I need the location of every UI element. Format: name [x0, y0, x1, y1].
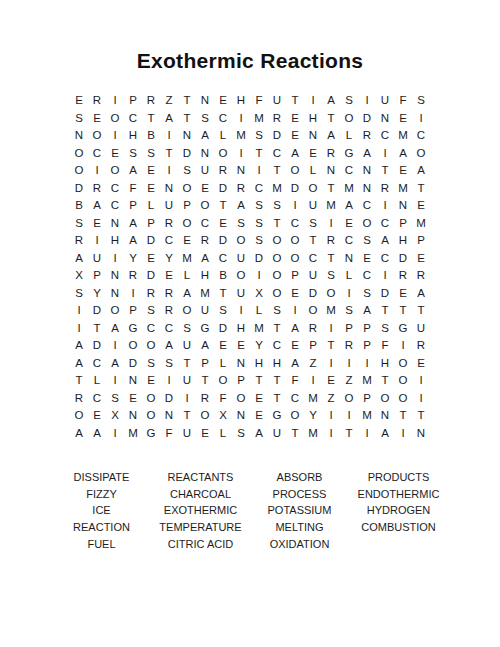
grid-cell-r5c6[interactable]: I: [160, 162, 178, 180]
grid-cell-r9c9[interactable]: D: [214, 232, 232, 250]
grid-cell-r13c14[interactable]: O: [304, 302, 322, 320]
grid-cell-r20c11[interactable]: A: [250, 425, 268, 443]
grid-cell-r2c17[interactable]: D: [358, 110, 376, 128]
grid-cell-r6c10[interactable]: R: [232, 180, 250, 198]
grid-cell-r18c9[interactable]: F: [214, 390, 232, 408]
grid-cell-r12c10[interactable]: U: [232, 285, 250, 303]
grid-cell-r1c13[interactable]: T: [286, 92, 304, 110]
grid-cell-r16c16[interactable]: I: [340, 355, 358, 373]
grid-cell-r5c10[interactable]: N: [232, 162, 250, 180]
grid-cell-r14c2[interactable]: T: [88, 320, 106, 338]
grid-cell-r14c6[interactable]: C: [160, 320, 178, 338]
grid-cell-r17c5[interactable]: E: [142, 372, 160, 390]
grid-cell-r16c5[interactable]: S: [142, 355, 160, 373]
grid-cell-r7c3[interactable]: C: [106, 197, 124, 215]
grid-cell-r12c5[interactable]: R: [142, 285, 160, 303]
grid-cell-r17c16[interactable]: Z: [340, 372, 358, 390]
grid-cell-r12c7[interactable]: A: [178, 285, 196, 303]
grid-cell-r9c4[interactable]: A: [124, 232, 142, 250]
grid-cell-r20c4[interactable]: M: [124, 425, 142, 443]
grid-cell-r13c3[interactable]: O: [106, 302, 124, 320]
grid-cell-r9c6[interactable]: C: [160, 232, 178, 250]
grid-cell-r9c17[interactable]: S: [358, 232, 376, 250]
grid-cell-r4c13[interactable]: A: [286, 145, 304, 163]
grid-cell-r7c18[interactable]: I: [376, 197, 394, 215]
grid-cell-r7c14[interactable]: U: [304, 197, 322, 215]
grid-cell-r4c6[interactable]: T: [160, 145, 178, 163]
grid-cell-r8c2[interactable]: E: [88, 215, 106, 233]
grid-cell-r8c4[interactable]: A: [124, 215, 142, 233]
grid-cell-r8c7[interactable]: O: [178, 215, 196, 233]
grid-cell-r15c20[interactable]: R: [412, 337, 430, 355]
grid-cell-r1c14[interactable]: I: [304, 92, 322, 110]
grid-cell-r20c2[interactable]: A: [88, 425, 106, 443]
grid-cell-r15c14[interactable]: P: [304, 337, 322, 355]
grid-cell-r18c14[interactable]: M: [304, 390, 322, 408]
grid-cell-r8c15[interactable]: I: [322, 215, 340, 233]
grid-cell-r1c11[interactable]: F: [250, 92, 268, 110]
grid-cell-r4c18[interactable]: I: [376, 145, 394, 163]
grid-cell-r12c9[interactable]: T: [214, 285, 232, 303]
grid-cell-r15c1[interactable]: A: [70, 337, 88, 355]
grid-cell-r2c15[interactable]: T: [322, 110, 340, 128]
grid-cell-r20c17[interactable]: I: [358, 425, 376, 443]
grid-cell-r4c9[interactable]: O: [214, 145, 232, 163]
grid-cell-r2c13[interactable]: E: [286, 110, 304, 128]
grid-cell-r12c15[interactable]: O: [322, 285, 340, 303]
grid-cell-r19c19[interactable]: T: [394, 407, 412, 425]
grid-cell-r16c18[interactable]: H: [376, 355, 394, 373]
grid-cell-r4c7[interactable]: D: [178, 145, 196, 163]
grid-cell-r13c4[interactable]: P: [124, 302, 142, 320]
grid-cell-r3c12[interactable]: D: [268, 127, 286, 145]
grid-cell-r6c9[interactable]: D: [214, 180, 232, 198]
grid-cell-r16c17[interactable]: I: [358, 355, 376, 373]
grid-cell-r16c4[interactable]: D: [124, 355, 142, 373]
grid-cell-r15c15[interactable]: T: [322, 337, 340, 355]
grid-cell-r3c5[interactable]: B: [142, 127, 160, 145]
grid-cell-r14c10[interactable]: H: [232, 320, 250, 338]
grid-cell-r19c10[interactable]: N: [232, 407, 250, 425]
grid-cell-r2c4[interactable]: C: [124, 110, 142, 128]
grid-cell-r6c17[interactable]: N: [358, 180, 376, 198]
grid-cell-r20c5[interactable]: G: [142, 425, 160, 443]
grid-cell-r14c11[interactable]: M: [250, 320, 268, 338]
grid-cell-r1c1[interactable]: E: [70, 92, 88, 110]
grid-cell-r13c7[interactable]: O: [178, 302, 196, 320]
grid-cell-r10c2[interactable]: U: [88, 250, 106, 268]
grid-cell-r2c8[interactable]: S: [196, 110, 214, 128]
grid-cell-r16c10[interactable]: N: [232, 355, 250, 373]
grid-cell-r4c1[interactable]: O: [70, 145, 88, 163]
grid-cell-r14c19[interactable]: G: [394, 320, 412, 338]
grid-cell-r14c7[interactable]: S: [178, 320, 196, 338]
grid-cell-r17c18[interactable]: T: [376, 372, 394, 390]
grid-cell-r17c19[interactable]: O: [394, 372, 412, 390]
grid-cell-r7c4[interactable]: P: [124, 197, 142, 215]
grid-cell-r5c18[interactable]: T: [376, 162, 394, 180]
grid-cell-r10c17[interactable]: E: [358, 250, 376, 268]
grid-cell-r17c8[interactable]: T: [196, 372, 214, 390]
grid-cell-r20c15[interactable]: I: [322, 425, 340, 443]
grid-cell-r14c18[interactable]: S: [376, 320, 394, 338]
grid-cell-r17c10[interactable]: P: [232, 372, 250, 390]
grid-cell-r18c18[interactable]: O: [376, 390, 394, 408]
grid-cell-r7c17[interactable]: C: [358, 197, 376, 215]
grid-cell-r1c17[interactable]: I: [358, 92, 376, 110]
grid-cell-r16c14[interactable]: Z: [304, 355, 322, 373]
grid-cell-r10c4[interactable]: Y: [124, 250, 142, 268]
grid-cell-r7c10[interactable]: A: [232, 197, 250, 215]
grid-cell-r20c12[interactable]: U: [268, 425, 286, 443]
grid-cell-r20c1[interactable]: A: [70, 425, 88, 443]
grid-cell-r14c5[interactable]: C: [142, 320, 160, 338]
grid-cell-r14c8[interactable]: G: [196, 320, 214, 338]
grid-cell-r18c20[interactable]: I: [412, 390, 430, 408]
grid-cell-r11c14[interactable]: U: [304, 267, 322, 285]
grid-cell-r19c18[interactable]: N: [376, 407, 394, 425]
grid-cell-r10c18[interactable]: C: [376, 250, 394, 268]
grid-cell-r2c20[interactable]: I: [412, 110, 430, 128]
grid-cell-r16c2[interactable]: C: [88, 355, 106, 373]
grid-cell-r19c6[interactable]: N: [160, 407, 178, 425]
grid-cell-r10c3[interactable]: I: [106, 250, 124, 268]
grid-cell-r3c9[interactable]: L: [214, 127, 232, 145]
grid-cell-r8c1[interactable]: S: [70, 215, 88, 233]
grid-cell-r11c7[interactable]: L: [178, 267, 196, 285]
grid-cell-r2c2[interactable]: E: [88, 110, 106, 128]
grid-cell-r19c12[interactable]: G: [268, 407, 286, 425]
grid-cell-r9c2[interactable]: I: [88, 232, 106, 250]
grid-cell-r2c16[interactable]: O: [340, 110, 358, 128]
grid-cell-r18c19[interactable]: O: [394, 390, 412, 408]
grid-cell-r1c19[interactable]: F: [394, 92, 412, 110]
grid-cell-r20c7[interactable]: U: [178, 425, 196, 443]
grid-cell-r2c18[interactable]: N: [376, 110, 394, 128]
grid-cell-r4c20[interactable]: O: [412, 145, 430, 163]
grid-cell-r6c4[interactable]: F: [124, 180, 142, 198]
grid-cell-r2c7[interactable]: T: [178, 110, 196, 128]
grid-cell-r6c2[interactable]: R: [88, 180, 106, 198]
grid-cell-r14c15[interactable]: I: [322, 320, 340, 338]
grid-cell-r20c13[interactable]: T: [286, 425, 304, 443]
grid-cell-r1c18[interactable]: U: [376, 92, 394, 110]
grid-cell-r16c20[interactable]: E: [412, 355, 430, 373]
grid-cell-r15c16[interactable]: R: [340, 337, 358, 355]
grid-cell-r16c8[interactable]: P: [196, 355, 214, 373]
grid-cell-r1c4[interactable]: P: [124, 92, 142, 110]
grid-cell-r15c18[interactable]: F: [376, 337, 394, 355]
grid-cell-r7c13[interactable]: I: [286, 197, 304, 215]
grid-cell-r13c17[interactable]: A: [358, 302, 376, 320]
grid-cell-r19c20[interactable]: T: [412, 407, 430, 425]
grid-cell-r13c20[interactable]: T: [412, 302, 430, 320]
grid-cell-r17c7[interactable]: U: [178, 372, 196, 390]
grid-cell-r13c12[interactable]: S: [268, 302, 286, 320]
grid-cell-r3c1[interactable]: N: [70, 127, 88, 145]
grid-cell-r9c10[interactable]: O: [232, 232, 250, 250]
grid-cell-r20c9[interactable]: L: [214, 425, 232, 443]
grid-cell-r17c12[interactable]: T: [268, 372, 286, 390]
grid-cell-r11c11[interactable]: I: [250, 267, 268, 285]
grid-cell-r11c20[interactable]: R: [412, 267, 430, 285]
grid-cell-r12c20[interactable]: A: [412, 285, 430, 303]
grid-cell-r18c5[interactable]: O: [142, 390, 160, 408]
grid-cell-r14c3[interactable]: A: [106, 320, 124, 338]
grid-cell-r2c12[interactable]: R: [268, 110, 286, 128]
grid-cell-r20c18[interactable]: A: [376, 425, 394, 443]
grid-cell-r17c17[interactable]: M: [358, 372, 376, 390]
grid-cell-r1c16[interactable]: S: [340, 92, 358, 110]
grid-cell-r17c6[interactable]: I: [160, 372, 178, 390]
grid-cell-r6c20[interactable]: T: [412, 180, 430, 198]
grid-cell-r5c4[interactable]: A: [124, 162, 142, 180]
grid-cell-r19c13[interactable]: O: [286, 407, 304, 425]
grid-cell-r5c2[interactable]: I: [88, 162, 106, 180]
grid-cell-r2c14[interactable]: H: [304, 110, 322, 128]
grid-cell-r10c10[interactable]: U: [232, 250, 250, 268]
grid-cell-r5c7[interactable]: S: [178, 162, 196, 180]
grid-cell-r5c3[interactable]: O: [106, 162, 124, 180]
grid-cell-r13c8[interactable]: U: [196, 302, 214, 320]
grid-cell-r10c19[interactable]: D: [394, 250, 412, 268]
grid-cell-r2c10[interactable]: I: [232, 110, 250, 128]
grid-cell-r6c1[interactable]: D: [70, 180, 88, 198]
grid-cell-r8c17[interactable]: O: [358, 215, 376, 233]
grid-cell-r6c15[interactable]: T: [322, 180, 340, 198]
grid-cell-r19c2[interactable]: E: [88, 407, 106, 425]
grid-cell-r6c7[interactable]: O: [178, 180, 196, 198]
grid-cell-r5c5[interactable]: E: [142, 162, 160, 180]
grid-cell-r8c13[interactable]: C: [286, 215, 304, 233]
grid-cell-r1c9[interactable]: E: [214, 92, 232, 110]
grid-cell-r8c14[interactable]: S: [304, 215, 322, 233]
grid-cell-r18c13[interactable]: C: [286, 390, 304, 408]
grid-cell-r10c6[interactable]: Y: [160, 250, 178, 268]
grid-cell-r15c19[interactable]: I: [394, 337, 412, 355]
grid-cell-r10c20[interactable]: E: [412, 250, 430, 268]
grid-cell-r19c3[interactable]: X: [106, 407, 124, 425]
grid-cell-r18c8[interactable]: R: [196, 390, 214, 408]
grid-cell-r9c13[interactable]: O: [286, 232, 304, 250]
grid-cell-r7c2[interactable]: A: [88, 197, 106, 215]
grid-cell-r3c18[interactable]: C: [376, 127, 394, 145]
grid-cell-r17c11[interactable]: T: [250, 372, 268, 390]
grid-cell-r7c15[interactable]: M: [322, 197, 340, 215]
grid-cell-r3c11[interactable]: S: [250, 127, 268, 145]
grid-cell-r19c1[interactable]: O: [70, 407, 88, 425]
grid-cell-r6c11[interactable]: C: [250, 180, 268, 198]
grid-cell-r2c9[interactable]: C: [214, 110, 232, 128]
grid-cell-r3c7[interactable]: N: [178, 127, 196, 145]
grid-cell-r9c18[interactable]: A: [376, 232, 394, 250]
grid-cell-r13c19[interactable]: T: [394, 302, 412, 320]
grid-cell-r4c15[interactable]: R: [322, 145, 340, 163]
grid-cell-r4c4[interactable]: S: [124, 145, 142, 163]
grid-cell-r4c19[interactable]: A: [394, 145, 412, 163]
grid-cell-r13c11[interactable]: L: [250, 302, 268, 320]
grid-cell-r8c11[interactable]: S: [250, 215, 268, 233]
grid-cell-r7c6[interactable]: U: [160, 197, 178, 215]
grid-cell-r6c19[interactable]: M: [394, 180, 412, 198]
grid-cell-r10c13[interactable]: O: [286, 250, 304, 268]
grid-cell-r2c1[interactable]: S: [70, 110, 88, 128]
grid-cell-r2c3[interactable]: O: [106, 110, 124, 128]
grid-cell-r7c1[interactable]: B: [70, 197, 88, 215]
grid-cell-r17c4[interactable]: N: [124, 372, 142, 390]
grid-cell-r13c2[interactable]: D: [88, 302, 106, 320]
grid-cell-r12c2[interactable]: Y: [88, 285, 106, 303]
grid-cell-r16c9[interactable]: L: [214, 355, 232, 373]
grid-cell-r2c11[interactable]: M: [250, 110, 268, 128]
grid-cell-r18c15[interactable]: Z: [322, 390, 340, 408]
grid-cell-r9c1[interactable]: R: [70, 232, 88, 250]
grid-cell-r15c10[interactable]: E: [232, 337, 250, 355]
grid-cell-r3c6[interactable]: I: [160, 127, 178, 145]
grid-cell-r5c12[interactable]: T: [268, 162, 286, 180]
grid-cell-r11c1[interactable]: X: [70, 267, 88, 285]
grid-cell-r12c6[interactable]: R: [160, 285, 178, 303]
grid-cell-r16c13[interactable]: A: [286, 355, 304, 373]
grid-cell-r4c17[interactable]: A: [358, 145, 376, 163]
grid-cell-r16c3[interactable]: A: [106, 355, 124, 373]
grid-cell-r5c16[interactable]: C: [340, 162, 358, 180]
grid-cell-r19c7[interactable]: T: [178, 407, 196, 425]
grid-cell-r12c19[interactable]: E: [394, 285, 412, 303]
grid-cell-r12c14[interactable]: D: [304, 285, 322, 303]
grid-cell-r4c12[interactable]: C: [268, 145, 286, 163]
grid-cell-r18c10[interactable]: O: [232, 390, 250, 408]
grid-cell-r9c19[interactable]: H: [394, 232, 412, 250]
grid-cell-r5c17[interactable]: N: [358, 162, 376, 180]
grid-cell-r12c11[interactable]: X: [250, 285, 268, 303]
grid-cell-r12c17[interactable]: S: [358, 285, 376, 303]
grid-cell-r2c6[interactable]: A: [160, 110, 178, 128]
grid-cell-r15c11[interactable]: Y: [250, 337, 268, 355]
grid-cell-r14c16[interactable]: P: [340, 320, 358, 338]
grid-cell-r11c4[interactable]: R: [124, 267, 142, 285]
grid-cell-r3c4[interactable]: H: [124, 127, 142, 145]
grid-cell-r15c4[interactable]: O: [124, 337, 142, 355]
grid-cell-r10c16[interactable]: N: [340, 250, 358, 268]
grid-cell-r5c14[interactable]: L: [304, 162, 322, 180]
grid-cell-r13c1[interactable]: I: [70, 302, 88, 320]
grid-cell-r12c3[interactable]: N: [106, 285, 124, 303]
grid-cell-r8c16[interactable]: E: [340, 215, 358, 233]
grid-cell-r8c20[interactable]: M: [412, 215, 430, 233]
grid-cell-r8c6[interactable]: R: [160, 215, 178, 233]
grid-cell-r16c7[interactable]: T: [178, 355, 196, 373]
grid-cell-r5c1[interactable]: O: [70, 162, 88, 180]
grid-cell-r5c19[interactable]: E: [394, 162, 412, 180]
grid-cell-r11c3[interactable]: N: [106, 267, 124, 285]
grid-cell-r2c5[interactable]: T: [142, 110, 160, 128]
grid-cell-r17c13[interactable]: F: [286, 372, 304, 390]
grid-cell-r1c5[interactable]: R: [142, 92, 160, 110]
grid-cell-r8c9[interactable]: E: [214, 215, 232, 233]
grid-cell-r5c8[interactable]: U: [196, 162, 214, 180]
grid-cell-r18c16[interactable]: O: [340, 390, 358, 408]
grid-cell-r16c15[interactable]: I: [322, 355, 340, 373]
grid-cell-r10c12[interactable]: O: [268, 250, 286, 268]
grid-cell-r1c6[interactable]: Z: [160, 92, 178, 110]
grid-cell-r6c5[interactable]: E: [142, 180, 160, 198]
grid-cell-r11c8[interactable]: H: [196, 267, 214, 285]
grid-cell-r14c12[interactable]: T: [268, 320, 286, 338]
grid-cell-r3c13[interactable]: E: [286, 127, 304, 145]
grid-cell-r1c15[interactable]: A: [322, 92, 340, 110]
grid-cell-r4c8[interactable]: N: [196, 145, 214, 163]
grid-cell-r19c4[interactable]: N: [124, 407, 142, 425]
grid-cell-r3c20[interactable]: C: [412, 127, 430, 145]
grid-cell-r15c2[interactable]: D: [88, 337, 106, 355]
grid-cell-r8c3[interactable]: N: [106, 215, 124, 233]
grid-cell-r6c14[interactable]: O: [304, 180, 322, 198]
grid-cell-r6c18[interactable]: R: [376, 180, 394, 198]
grid-cell-r4c14[interactable]: E: [304, 145, 322, 163]
grid-cell-r12c8[interactable]: M: [196, 285, 214, 303]
grid-cell-r15c8[interactable]: A: [196, 337, 214, 355]
grid-cell-r8c18[interactable]: C: [376, 215, 394, 233]
grid-cell-r16c6[interactable]: S: [160, 355, 178, 373]
grid-cell-r9c11[interactable]: S: [250, 232, 268, 250]
grid-cell-r17c9[interactable]: O: [214, 372, 232, 390]
grid-cell-r13c10[interactable]: I: [232, 302, 250, 320]
grid-cell-r14c20[interactable]: U: [412, 320, 430, 338]
grid-cell-r11c17[interactable]: C: [358, 267, 376, 285]
grid-cell-r16c1[interactable]: A: [70, 355, 88, 373]
grid-cell-r13c6[interactable]: R: [160, 302, 178, 320]
grid-cell-r5c11[interactable]: I: [250, 162, 268, 180]
grid-cell-r1c10[interactable]: H: [232, 92, 250, 110]
grid-cell-r12c1[interactable]: S: [70, 285, 88, 303]
grid-cell-r7c5[interactable]: L: [142, 197, 160, 215]
grid-cell-r6c3[interactable]: C: [106, 180, 124, 198]
grid-cell-r12c12[interactable]: O: [268, 285, 286, 303]
grid-cell-r18c4[interactable]: E: [124, 390, 142, 408]
grid-cell-r12c16[interactable]: I: [340, 285, 358, 303]
grid-cell-r13c16[interactable]: S: [340, 302, 358, 320]
grid-cell-r4c11[interactable]: T: [250, 145, 268, 163]
grid-cell-r12c4[interactable]: I: [124, 285, 142, 303]
grid-cell-r9c14[interactable]: T: [304, 232, 322, 250]
grid-cell-r14c14[interactable]: R: [304, 320, 322, 338]
grid-cell-r13c9[interactable]: S: [214, 302, 232, 320]
grid-cell-r1c12[interactable]: U: [268, 92, 286, 110]
grid-cell-r10c7[interactable]: M: [178, 250, 196, 268]
grid-cell-r10c15[interactable]: T: [322, 250, 340, 268]
grid-cell-r10c11[interactable]: D: [250, 250, 268, 268]
grid-cell-r11c10[interactable]: O: [232, 267, 250, 285]
grid-cell-r12c13[interactable]: E: [286, 285, 304, 303]
grid-cell-r16c19[interactable]: O: [394, 355, 412, 373]
grid-cell-r10c14[interactable]: C: [304, 250, 322, 268]
grid-cell-r14c13[interactable]: A: [286, 320, 304, 338]
grid-cell-r19c14[interactable]: Y: [304, 407, 322, 425]
grid-cell-r1c20[interactable]: S: [412, 92, 430, 110]
grid-cell-r5c9[interactable]: R: [214, 162, 232, 180]
grid-cell-r17c15[interactable]: E: [322, 372, 340, 390]
grid-cell-r3c17[interactable]: R: [358, 127, 376, 145]
grid-cell-r4c16[interactable]: G: [340, 145, 358, 163]
grid-cell-r5c13[interactable]: O: [286, 162, 304, 180]
grid-cell-r15c9[interactable]: E: [214, 337, 232, 355]
grid-cell-r19c5[interactable]: O: [142, 407, 160, 425]
grid-cell-r9c16[interactable]: C: [340, 232, 358, 250]
grid-cell-r9c15[interactable]: R: [322, 232, 340, 250]
grid-cell-r16c12[interactable]: H: [268, 355, 286, 373]
grid-cell-r11c15[interactable]: S: [322, 267, 340, 285]
